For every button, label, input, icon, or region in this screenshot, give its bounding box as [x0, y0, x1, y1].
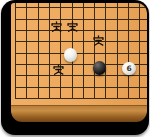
grid-horizontal-line: [15, 41, 148, 42]
board-front-edge: [11, 105, 147, 122]
grid-vertical-line: [128, 3, 129, 99]
grid-horizontal-line: [15, 98, 148, 100]
go-board[interactable]: 6: [11, 3, 147, 122]
joseki-marker-定[interactable]: [93, 35, 104, 46]
grid-vertical-line: [117, 3, 118, 99]
white-stone[interactable]: 6: [122, 62, 136, 76]
grid-horizontal-line: [15, 30, 148, 31]
grid-vertical-line: [139, 3, 140, 99]
grid-vertical-line: [83, 3, 84, 99]
grid-vertical-line: [26, 3, 27, 99]
grid-horizontal-line: [15, 75, 148, 76]
grid-vertical-line: [94, 3, 95, 99]
grid-vertical-line: [105, 3, 106, 99]
stone-move-number: 6: [126, 64, 131, 72]
joseki-marker-定[interactable]: [51, 21, 62, 32]
grid-horizontal-line: [15, 19, 148, 20]
grid-vertical-line: [49, 3, 50, 99]
grid-horizontal-line: [15, 7, 148, 8]
joseki-marker-定[interactable]: [53, 64, 64, 75]
grid-horizontal-line: [15, 87, 148, 88]
white-stone[interactable]: [64, 48, 78, 62]
app-icon-page: 6: [0, 0, 150, 137]
black-stone[interactable]: [93, 61, 107, 75]
grid-horizontal-line: [15, 53, 148, 54]
joseki-marker-定[interactable]: [67, 21, 78, 32]
grid-vertical-line: [38, 3, 39, 99]
go-app-tile[interactable]: 6: [1, 0, 149, 135]
grid-vertical-line: [15, 3, 17, 99]
grid-vertical-line: [60, 3, 61, 99]
